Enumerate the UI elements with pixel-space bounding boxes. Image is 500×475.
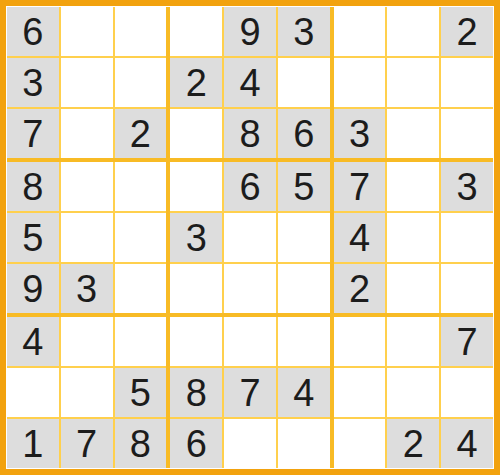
cell-r6c1-given[interactable]: 9 bbox=[7, 264, 59, 313]
cell-r2c6-empty[interactable] bbox=[278, 58, 330, 107]
cell-r1c9-given[interactable]: 2 bbox=[441, 7, 493, 56]
cell-r1c3-empty[interactable] bbox=[115, 7, 167, 56]
cell-r4c8-empty[interactable] bbox=[387, 162, 439, 211]
cell-r2c2-empty[interactable] bbox=[61, 58, 113, 107]
sudoku-box-6: 7342 bbox=[334, 162, 493, 313]
cell-r3c3-given[interactable]: 2 bbox=[115, 109, 167, 158]
cell-r8c3-given[interactable]: 5 bbox=[115, 368, 167, 417]
cell-r5c1-given[interactable]: 5 bbox=[7, 213, 59, 262]
cell-r8c2-empty[interactable] bbox=[61, 368, 113, 417]
cell-r7c8-empty[interactable] bbox=[387, 317, 439, 366]
cell-r2c8-empty[interactable] bbox=[387, 58, 439, 107]
cell-r2c5-given[interactable]: 4 bbox=[224, 58, 276, 107]
cell-r5c4-given[interactable]: 3 bbox=[170, 213, 222, 262]
sudoku-box-2: 932486 bbox=[170, 7, 329, 158]
sudoku-box-9: 724 bbox=[334, 317, 493, 468]
cell-r4c6-given[interactable]: 5 bbox=[278, 162, 330, 211]
cell-r9c6-empty[interactable] bbox=[278, 419, 330, 468]
cell-r3c7-given[interactable]: 3 bbox=[334, 109, 386, 158]
cell-r2c3-empty[interactable] bbox=[115, 58, 167, 107]
cell-r8c4-given[interactable]: 8 bbox=[170, 368, 222, 417]
cell-r8c5-given[interactable]: 7 bbox=[224, 368, 276, 417]
cell-r1c5-given[interactable]: 9 bbox=[224, 7, 276, 56]
cell-r7c3-empty[interactable] bbox=[115, 317, 167, 366]
cell-r2c7-empty[interactable] bbox=[334, 58, 386, 107]
cell-r3c1-given[interactable]: 7 bbox=[7, 109, 59, 158]
cell-r4c3-empty[interactable] bbox=[115, 162, 167, 211]
cell-r4c1-given[interactable]: 8 bbox=[7, 162, 59, 211]
sudoku-box-7: 45178 bbox=[7, 317, 166, 468]
cell-r4c2-empty[interactable] bbox=[61, 162, 113, 211]
cell-r5c9-empty[interactable] bbox=[441, 213, 493, 262]
cell-r5c6-empty[interactable] bbox=[278, 213, 330, 262]
cell-r7c1-given[interactable]: 4 bbox=[7, 317, 59, 366]
cell-r3c6-given[interactable]: 6 bbox=[278, 109, 330, 158]
cell-r8c8-empty[interactable] bbox=[387, 368, 439, 417]
cell-r7c5-empty[interactable] bbox=[224, 317, 276, 366]
cell-r4c5-given[interactable]: 6 bbox=[224, 162, 276, 211]
cell-r9c2-given[interactable]: 7 bbox=[61, 419, 113, 468]
sudoku-box-3: 23 bbox=[334, 7, 493, 158]
cell-r2c1-given[interactable]: 3 bbox=[7, 58, 59, 107]
cell-r6c4-empty[interactable] bbox=[170, 264, 222, 313]
cell-r7c4-empty[interactable] bbox=[170, 317, 222, 366]
cell-r3c5-given[interactable]: 8 bbox=[224, 109, 276, 158]
sudoku-grid: 63729324862385936537342451788746724 bbox=[7, 7, 493, 468]
cell-r1c7-empty[interactable] bbox=[334, 7, 386, 56]
cell-r5c8-empty[interactable] bbox=[387, 213, 439, 262]
cell-r4c9-given[interactable]: 3 bbox=[441, 162, 493, 211]
sudoku-box-1: 6372 bbox=[7, 7, 166, 158]
cell-r8c6-given[interactable]: 4 bbox=[278, 368, 330, 417]
sudoku-box-5: 653 bbox=[170, 162, 329, 313]
cell-r9c5-empty[interactable] bbox=[224, 419, 276, 468]
sudoku-box-8: 8746 bbox=[170, 317, 329, 468]
cell-r1c6-given[interactable]: 3 bbox=[278, 7, 330, 56]
sudoku-box-4: 8593 bbox=[7, 162, 166, 313]
cell-r7c6-empty[interactable] bbox=[278, 317, 330, 366]
cell-r5c3-empty[interactable] bbox=[115, 213, 167, 262]
cell-r4c4-empty[interactable] bbox=[170, 162, 222, 211]
cell-r4c7-given[interactable]: 7 bbox=[334, 162, 386, 211]
cell-r9c7-empty[interactable] bbox=[334, 419, 386, 468]
cell-r7c2-empty[interactable] bbox=[61, 317, 113, 366]
cell-r8c1-empty[interactable] bbox=[7, 368, 59, 417]
cell-r7c7-empty[interactable] bbox=[334, 317, 386, 366]
cell-r3c9-empty[interactable] bbox=[441, 109, 493, 158]
cell-r9c4-given[interactable]: 6 bbox=[170, 419, 222, 468]
cell-r9c1-given[interactable]: 1 bbox=[7, 419, 59, 468]
sudoku-board: 63729324862385936537342451788746724 bbox=[0, 0, 500, 475]
cell-r5c5-empty[interactable] bbox=[224, 213, 276, 262]
cell-r8c7-empty[interactable] bbox=[334, 368, 386, 417]
cell-r3c4-empty[interactable] bbox=[170, 109, 222, 158]
cell-r9c9-given[interactable]: 4 bbox=[441, 419, 493, 468]
cell-r1c8-empty[interactable] bbox=[387, 7, 439, 56]
cell-r5c7-given[interactable]: 4 bbox=[334, 213, 386, 262]
cell-r6c2-given[interactable]: 3 bbox=[61, 264, 113, 313]
cell-r1c1-given[interactable]: 6 bbox=[7, 7, 59, 56]
cell-r2c9-empty[interactable] bbox=[441, 58, 493, 107]
cell-r6c8-empty[interactable] bbox=[387, 264, 439, 313]
cell-r6c3-empty[interactable] bbox=[115, 264, 167, 313]
cell-r8c9-empty[interactable] bbox=[441, 368, 493, 417]
cell-r6c5-empty[interactable] bbox=[224, 264, 276, 313]
cell-r6c9-empty[interactable] bbox=[441, 264, 493, 313]
cell-r9c3-given[interactable]: 8 bbox=[115, 419, 167, 468]
cell-r2c4-given[interactable]: 2 bbox=[170, 58, 222, 107]
cell-r6c7-given[interactable]: 2 bbox=[334, 264, 386, 313]
cell-r3c2-empty[interactable] bbox=[61, 109, 113, 158]
cell-r1c2-empty[interactable] bbox=[61, 7, 113, 56]
cell-r3c8-empty[interactable] bbox=[387, 109, 439, 158]
cell-r9c8-given[interactable]: 2 bbox=[387, 419, 439, 468]
cell-r6c6-empty[interactable] bbox=[278, 264, 330, 313]
cell-r7c9-given[interactable]: 7 bbox=[441, 317, 493, 366]
cell-r5c2-empty[interactable] bbox=[61, 213, 113, 262]
cell-r1c4-empty[interactable] bbox=[170, 7, 222, 56]
